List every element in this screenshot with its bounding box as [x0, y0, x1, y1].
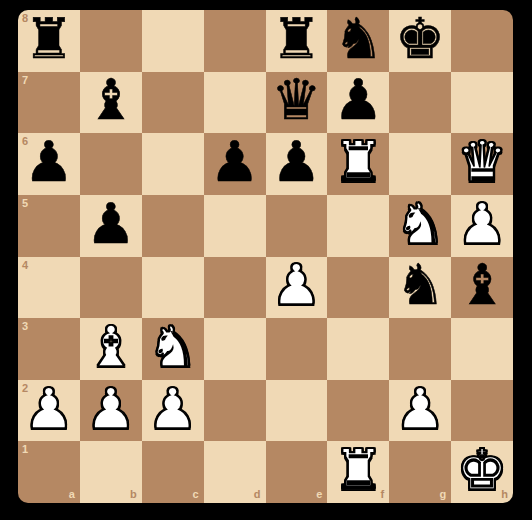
square-g1[interactable]: g: [389, 441, 451, 503]
square-d7[interactable]: [204, 72, 266, 134]
file-label-a: a: [69, 489, 75, 500]
square-c4[interactable]: [142, 257, 204, 319]
square-e2[interactable]: [266, 380, 328, 442]
square-g2[interactable]: ♟: [389, 380, 451, 442]
square-d3[interactable]: [204, 318, 266, 380]
square-h6[interactable]: ♛: [451, 133, 513, 195]
file-label-e: e: [316, 489, 322, 500]
white-pawn[interactable]: ♟: [24, 381, 74, 437]
square-g4[interactable]: ♞: [389, 257, 451, 319]
white-king[interactable]: ♚: [457, 442, 507, 498]
white-pawn[interactable]: ♟: [148, 381, 198, 437]
square-e7[interactable]: ♛: [266, 72, 328, 134]
white-pawn[interactable]: ♟: [86, 381, 136, 437]
square-g3[interactable]: [389, 318, 451, 380]
square-d1[interactable]: d: [204, 441, 266, 503]
square-a4[interactable]: 4: [18, 257, 80, 319]
square-d8[interactable]: [204, 10, 266, 72]
square-g8[interactable]: ♚: [389, 10, 451, 72]
square-a1[interactable]: 1a: [18, 441, 80, 503]
square-f3[interactable]: [327, 318, 389, 380]
square-f6[interactable]: ♜: [327, 133, 389, 195]
square-b6[interactable]: [80, 133, 142, 195]
white-bishop[interactable]: ♝: [86, 319, 136, 375]
white-pawn[interactable]: ♟: [271, 257, 321, 313]
square-c7[interactable]: [142, 72, 204, 134]
file-label-d: d: [254, 489, 261, 500]
square-d2[interactable]: [204, 380, 266, 442]
square-a7[interactable]: 7: [18, 72, 80, 134]
square-h3[interactable]: [451, 318, 513, 380]
square-f2[interactable]: [327, 380, 389, 442]
square-c5[interactable]: [142, 195, 204, 257]
white-queen[interactable]: ♛: [457, 134, 507, 190]
square-d4[interactable]: [204, 257, 266, 319]
square-b7[interactable]: ♝: [80, 72, 142, 134]
file-label-b: b: [130, 489, 137, 500]
square-f1[interactable]: f♜: [327, 441, 389, 503]
rank-label-4: 4: [22, 260, 28, 271]
black-rook[interactable]: ♜: [271, 11, 321, 67]
square-b1[interactable]: b: [80, 441, 142, 503]
square-h2[interactable]: [451, 380, 513, 442]
square-c2[interactable]: ♟: [142, 380, 204, 442]
square-e1[interactable]: e: [266, 441, 328, 503]
black-pawn[interactable]: ♟: [333, 72, 383, 128]
black-knight[interactable]: ♞: [395, 257, 445, 313]
square-e5[interactable]: [266, 195, 328, 257]
square-g7[interactable]: [389, 72, 451, 134]
black-pawn[interactable]: ♟: [209, 134, 259, 190]
white-rook[interactable]: ♜: [333, 442, 383, 498]
rank-label-3: 3: [22, 321, 28, 332]
black-rook[interactable]: ♜: [24, 11, 74, 67]
square-b3[interactable]: ♝: [80, 318, 142, 380]
square-a5[interactable]: 5: [18, 195, 80, 257]
square-h5[interactable]: ♟: [451, 195, 513, 257]
white-rook[interactable]: ♜: [333, 134, 383, 190]
white-pawn[interactable]: ♟: [457, 196, 507, 252]
file-label-c: c: [193, 489, 199, 500]
black-pawn[interactable]: ♟: [24, 134, 74, 190]
square-a6[interactable]: 6♟: [18, 133, 80, 195]
square-c1[interactable]: c: [142, 441, 204, 503]
square-a3[interactable]: 3: [18, 318, 80, 380]
rank-label-5: 5: [22, 198, 28, 209]
white-pawn[interactable]: ♟: [395, 381, 445, 437]
black-knight[interactable]: ♞: [333, 11, 383, 67]
square-d6[interactable]: ♟: [204, 133, 266, 195]
square-h1[interactable]: h♚: [451, 441, 513, 503]
square-f4[interactable]: [327, 257, 389, 319]
square-b4[interactable]: [80, 257, 142, 319]
square-e3[interactable]: [266, 318, 328, 380]
square-b2[interactable]: ♟: [80, 380, 142, 442]
square-a2[interactable]: 2♟: [18, 380, 80, 442]
square-g6[interactable]: [389, 133, 451, 195]
square-f5[interactable]: [327, 195, 389, 257]
square-c8[interactable]: [142, 10, 204, 72]
black-pawn[interactable]: ♟: [86, 196, 136, 252]
square-e8[interactable]: ♜: [266, 10, 328, 72]
black-queen[interactable]: ♛: [271, 72, 321, 128]
square-a8[interactable]: 8♜: [18, 10, 80, 72]
black-king[interactable]: ♚: [395, 11, 445, 67]
square-g5[interactable]: ♞: [389, 195, 451, 257]
square-e6[interactable]: ♟: [266, 133, 328, 195]
black-pawn[interactable]: ♟: [271, 134, 321, 190]
square-h8[interactable]: [451, 10, 513, 72]
square-f8[interactable]: ♞: [327, 10, 389, 72]
square-f7[interactable]: ♟: [327, 72, 389, 134]
chess-app-background: 8♜♜♞♚7♝♛♟6♟♟♟♜♛5♟♞♟4♟♞♝3♝♞2♟♟♟♟1abcdef♜g…: [0, 0, 532, 520]
black-bishop[interactable]: ♝: [457, 257, 507, 313]
square-e4[interactable]: ♟: [266, 257, 328, 319]
file-label-g: g: [439, 489, 446, 500]
chess-board: 8♜♜♞♚7♝♛♟6♟♟♟♜♛5♟♞♟4♟♞♝3♝♞2♟♟♟♟1abcdef♜g…: [18, 10, 513, 503]
square-b5[interactable]: ♟: [80, 195, 142, 257]
square-h4[interactable]: ♝: [451, 257, 513, 319]
black-bishop[interactable]: ♝: [86, 72, 136, 128]
white-knight[interactable]: ♞: [395, 196, 445, 252]
rank-label-1: 1: [22, 444, 28, 455]
white-knight[interactable]: ♞: [148, 319, 198, 375]
square-b8[interactable]: [80, 10, 142, 72]
square-d5[interactable]: [204, 195, 266, 257]
square-c6[interactable]: [142, 133, 204, 195]
rank-label-7: 7: [22, 75, 28, 86]
square-c3[interactable]: ♞: [142, 318, 204, 380]
square-h7[interactable]: [451, 72, 513, 134]
